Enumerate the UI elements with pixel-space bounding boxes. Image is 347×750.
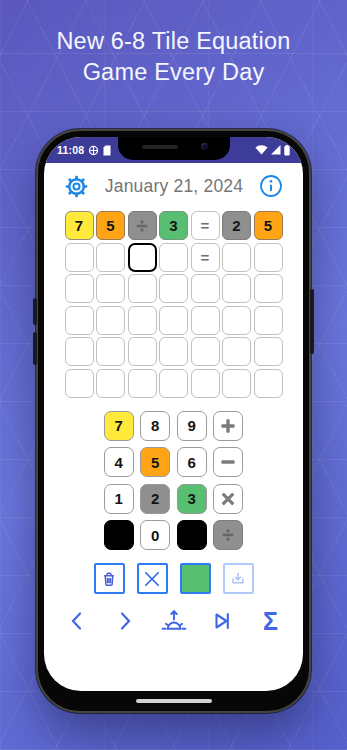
grid-cell-r5c0[interactable]: [65, 369, 94, 398]
skip-to-end-icon: [210, 609, 234, 633]
key-divide[interactable]: [213, 520, 243, 550]
grid-cell-r0c3[interactable]: 3: [159, 211, 188, 240]
key-8[interactable]: 8: [140, 411, 170, 441]
grid-cell-r2c6[interactable]: [254, 274, 283, 303]
download-icon: [229, 570, 247, 588]
grid-cell-r0c1[interactable]: 5: [96, 211, 125, 240]
phone-mockup: 11:08: [36, 129, 311, 713]
speaker-slit: [142, 145, 178, 149]
key-6[interactable]: 6: [177, 447, 207, 477]
status-bar: 11:08: [44, 137, 303, 163]
grid-cell-r1c4[interactable]: =: [191, 243, 220, 272]
power-button: [310, 289, 314, 354]
grid-cell-r1c3[interactable]: [159, 243, 188, 272]
divide-icon: [135, 219, 149, 233]
sunrise-icon: [159, 608, 189, 635]
battery-icon: [284, 145, 290, 156]
statistics-button[interactable]: Σ: [256, 606, 286, 636]
latest-day-button[interactable]: [207, 606, 237, 636]
grid-cell-r0c2[interactable]: [128, 211, 157, 240]
grid-cell-r5c2[interactable]: [128, 369, 157, 398]
grid-cell-r5c5[interactable]: [222, 369, 251, 398]
grid-cell-r2c2[interactable]: [128, 274, 157, 303]
sim-icon: [103, 145, 111, 156]
clear-row-button[interactable]: [137, 563, 168, 594]
chevron-right-icon: [115, 609, 136, 633]
date-label: January 21, 2024: [105, 176, 243, 197]
mark-green-button[interactable]: [180, 563, 211, 594]
grid-cell-r2c4[interactable]: [191, 274, 220, 303]
key-blank-r3c2[interactable]: [177, 520, 207, 550]
chevron-left-icon: [66, 609, 87, 633]
grid-cell-r1c5[interactable]: [222, 243, 251, 272]
grid-cell-r5c4[interactable]: [191, 369, 220, 398]
key-multiply[interactable]: [213, 484, 243, 514]
grid-cell-r5c1[interactable]: [96, 369, 125, 398]
grid-cell-r1c1[interactable]: [96, 243, 125, 272]
grid-cell-r3c0[interactable]: [65, 306, 94, 335]
keyboard: 7894561230: [44, 411, 303, 551]
key-minus[interactable]: [213, 447, 243, 477]
grid-cell-r4c0[interactable]: [65, 337, 94, 366]
grid-cell-r2c1[interactable]: [96, 274, 125, 303]
key-blank-r3c0[interactable]: [104, 520, 134, 550]
next-day-button[interactable]: [110, 606, 140, 636]
equals-glyph: =: [201, 217, 210, 234]
grid-cell-r1c0[interactable]: [65, 243, 94, 272]
x-icon: [142, 569, 162, 589]
grid-cell-r2c5[interactable]: [222, 274, 251, 303]
trash-icon: [100, 570, 118, 588]
grid-cell-r3c1[interactable]: [96, 306, 125, 335]
equation-grid: 753=25=: [44, 211, 303, 398]
key-2[interactable]: 2: [140, 484, 170, 514]
save-button[interactable]: [223, 563, 254, 594]
app-header: January 21, 2024: [44, 170, 303, 202]
grid-cell-r4c1[interactable]: [96, 337, 125, 366]
grid-cell-r0c0[interactable]: 7: [65, 211, 94, 240]
volume-up-button: [33, 298, 37, 325]
status-time: 11:08: [57, 144, 84, 156]
hero-title-line2: Game Every Day: [0, 57, 347, 88]
equals-glyph: =: [201, 249, 210, 266]
key-5[interactable]: 5: [140, 447, 170, 477]
grid-cell-r3c6[interactable]: [254, 306, 283, 335]
key-3[interactable]: 3: [177, 484, 207, 514]
key-1[interactable]: 1: [104, 484, 134, 514]
delete-tile-button[interactable]: [94, 563, 125, 594]
key-4[interactable]: 4: [104, 447, 134, 477]
grid-cell-r0c5[interactable]: 2: [222, 211, 251, 240]
previous-day-button[interactable]: [62, 606, 92, 636]
status-right: [255, 145, 290, 156]
key-plus[interactable]: [213, 411, 243, 441]
action-toolbar: [44, 563, 303, 594]
grid-cell-r0c6[interactable]: 5: [254, 211, 283, 240]
home-indicator: [136, 699, 212, 703]
hero-title: New 6-8 Tile Equation Game Every Day: [0, 26, 347, 88]
grid-cell-r4c5[interactable]: [222, 337, 251, 366]
key-9[interactable]: 9: [177, 411, 207, 441]
grid-cell-r4c3[interactable]: [159, 337, 188, 366]
signal-icon: [271, 145, 281, 155]
front-camera: [201, 143, 208, 150]
grid-cell-r0c4[interactable]: =: [191, 211, 220, 240]
key-7[interactable]: 7: [104, 411, 134, 441]
phone-screen: 11:08: [44, 137, 303, 691]
hero-title-line1: New 6-8 Tile Equation: [0, 26, 347, 57]
volume-down-button: [33, 332, 37, 365]
alarm-icon: [88, 145, 99, 156]
info-icon[interactable]: [259, 174, 283, 198]
grid-cell-r1c6[interactable]: [254, 243, 283, 272]
grid-cell-r3c3[interactable]: [159, 306, 188, 335]
grid-cell-r1c2[interactable]: [128, 243, 157, 272]
wifi-icon: [255, 145, 268, 155]
grid-cell-r3c5[interactable]: [222, 306, 251, 335]
reveal-solution-button[interactable]: [159, 606, 189, 636]
grid-cell-r3c2[interactable]: [128, 306, 157, 335]
gear-icon[interactable]: [64, 174, 89, 199]
grid-cell-r4c6[interactable]: [254, 337, 283, 366]
notch: [118, 137, 230, 160]
sigma-icon: Σ: [263, 609, 278, 634]
grid-cell-r3c4[interactable]: [191, 306, 220, 335]
status-left: 11:08: [57, 144, 111, 156]
grid-cell-r4c2[interactable]: [128, 337, 157, 366]
bottom-nav: Σ: [62, 606, 286, 636]
grid-cell-r5c6[interactable]: [254, 369, 283, 398]
grid-cell-r5c3[interactable]: [159, 369, 188, 398]
grid-cell-r2c0[interactable]: [65, 274, 94, 303]
grid-cell-r2c3[interactable]: [159, 274, 188, 303]
key-0[interactable]: 0: [140, 520, 170, 550]
grid-cell-r4c4[interactable]: [191, 337, 220, 366]
